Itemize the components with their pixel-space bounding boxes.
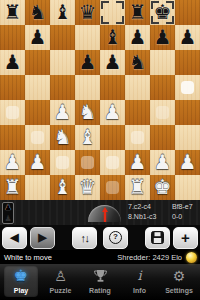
square-c6[interactable] [50, 50, 75, 75]
glare-highlight [181, 81, 194, 94]
square-a7[interactable] [0, 25, 25, 50]
square-h7[interactable]: ♟ [175, 25, 200, 50]
chess-board: ♜♞♝♛♜♚♟♝♟♟♟♟♟♟♞♟♞♟♞♝♟♟♟♟♟♜♝♛♜♚ [0, 0, 200, 200]
white-pawn: ♟ [154, 150, 172, 175]
square-h6[interactable] [175, 50, 200, 75]
square-a1[interactable]: ♜ [0, 175, 25, 200]
trophy-icon [93, 266, 108, 286]
white-pawn: ♟ [4, 150, 22, 175]
tab-puzzle[interactable]: ♙ Puzzle [44, 266, 78, 297]
engine-panel: ♟ ♟ 7.c2-c4 Bf8-e7 8.Nb1-c3 0-0 [0, 200, 200, 225]
square-g2[interactable]: ♟ [150, 150, 175, 175]
back-button[interactable]: ◀ [2, 227, 27, 249]
black-queen: ♛ [79, 0, 97, 25]
black-pawn: ♟ [29, 25, 47, 50]
square-d3[interactable]: ♝ [75, 125, 100, 150]
square-c5[interactable] [50, 75, 75, 100]
glare-highlight [156, 106, 169, 119]
square-d2[interactable] [75, 150, 100, 175]
glare-highlight [31, 131, 44, 144]
tab-label: Settings [165, 286, 193, 295]
black-rook: ♜ [129, 0, 147, 25]
side-indicator[interactable]: ♟ ♟ [2, 202, 14, 224]
square-a2[interactable]: ♟ [0, 150, 25, 175]
flip-board-button[interactable]: ↑↓ [72, 227, 97, 249]
black-bishop: ♝ [54, 0, 72, 25]
move-white: 8.Nb1-c3 [128, 213, 163, 221]
engine-elo: Shredder: 2429 Elo [117, 253, 182, 262]
move-black: Bf8-e7 [172, 203, 193, 211]
square-a4[interactable] [0, 100, 25, 125]
black-pawn: ♟ [79, 50, 97, 75]
square-h4[interactable] [175, 100, 200, 125]
new-game-button[interactable]: + [173, 227, 198, 249]
white-bishop: ♝ [79, 125, 97, 150]
square-e7[interactable]: ♝ [100, 25, 125, 50]
square-e8[interactable] [100, 0, 125, 25]
square-f4[interactable] [125, 100, 150, 125]
square-h5[interactable] [175, 75, 200, 100]
square-f5[interactable] [125, 75, 150, 100]
square-b8[interactable]: ♞ [25, 0, 50, 25]
white-pawn: ♟ [29, 150, 47, 175]
pawn-icon: ♙ [54, 266, 67, 286]
tab-settings[interactable]: ⚙ Settings [162, 266, 196, 297]
square-d1[interactable]: ♛ [75, 175, 100, 200]
black-pawn: ♟ [104, 50, 122, 75]
square-b2[interactable]: ♟ [25, 150, 50, 175]
square-c7[interactable] [50, 25, 75, 50]
question-mark-icon: ? [109, 231, 122, 244]
white-pawn: ♟ [129, 150, 147, 175]
square-f7[interactable]: ♟ [125, 25, 150, 50]
square-f8[interactable]: ♜ [125, 0, 150, 25]
toolbar: ◀ ▶ ↑↓ ? + [0, 225, 200, 250]
square-f1[interactable]: ♜ [125, 175, 150, 200]
square-e2[interactable] [100, 150, 125, 175]
gear-icon: ⚙ [173, 266, 186, 286]
square-g1[interactable]: ♚ [150, 175, 175, 200]
square-h1[interactable] [175, 175, 200, 200]
up-down-arrows-icon: ↑↓ [81, 232, 89, 244]
tab-bar: ♚ Play ♙ Puzzle Rating i Info ⚙ [0, 264, 200, 300]
square-b3[interactable] [25, 125, 50, 150]
glare-highlight [81, 156, 94, 169]
square-b7[interactable]: ♟ [25, 25, 50, 50]
gauge-needle-icon [104, 212, 106, 222]
last-move-bracket-icon [101, 16, 109, 24]
black-bishop: ♝ [104, 25, 122, 50]
black-king: ♚ [154, 0, 172, 25]
square-c4[interactable]: ♟ [50, 100, 75, 125]
crown-icon: ♚ [14, 266, 28, 286]
white-bishop: ♝ [54, 175, 72, 200]
square-h2[interactable]: ♟ [175, 150, 200, 175]
square-c2[interactable] [50, 150, 75, 175]
white-pawn: ♟ [104, 100, 122, 125]
square-a6[interactable]: ♟ [0, 50, 25, 75]
black-rook: ♜ [4, 0, 22, 25]
square-g6[interactable] [150, 50, 175, 75]
save-button[interactable] [145, 227, 170, 249]
square-b1[interactable] [25, 175, 50, 200]
last-move-bracket-icon [116, 1, 124, 9]
square-d5[interactable] [75, 75, 100, 100]
square-c3[interactable]: ♞ [50, 125, 75, 150]
glare-highlight [131, 131, 144, 144]
forward-button[interactable]: ▶ [30, 227, 55, 249]
move-black: 0-0 [172, 213, 193, 221]
square-e5[interactable] [100, 75, 125, 100]
square-f6[interactable]: ♞ [125, 50, 150, 75]
back-arrow-icon: ◀ [10, 232, 18, 243]
black-pawn: ♟ [129, 25, 147, 50]
square-a8[interactable]: ♜ [0, 0, 25, 25]
forward-arrow-icon: ▶ [38, 232, 46, 243]
square-e6[interactable]: ♟ [100, 50, 125, 75]
square-g4[interactable] [150, 100, 175, 125]
square-g7[interactable]: ♟ [150, 25, 175, 50]
square-c8[interactable]: ♝ [50, 0, 75, 25]
plus-icon: + [181, 230, 190, 245]
tab-label: Play [14, 286, 28, 295]
info-icon: i [137, 266, 141, 286]
black-knight: ♞ [29, 0, 47, 25]
square-h8[interactable] [175, 0, 200, 25]
glare-highlight [106, 181, 119, 194]
white-knight: ♞ [54, 125, 72, 150]
square-d7[interactable] [75, 25, 100, 50]
square-d8[interactable]: ♛ [75, 0, 100, 25]
square-a3[interactable] [0, 125, 25, 150]
last-move-bracket-icon [116, 16, 124, 24]
square-g8[interactable]: ♚ [150, 0, 175, 25]
square-h3[interactable] [175, 125, 200, 150]
square-d6[interactable]: ♟ [75, 50, 100, 75]
turn-status: White to move [4, 253, 52, 262]
gold-medal-icon [186, 252, 197, 263]
white-king: ♚ [154, 175, 172, 200]
square-d4[interactable]: ♞ [75, 100, 100, 125]
evaluation-gauge [88, 205, 121, 222]
black-pawn: ♟ [179, 25, 197, 50]
square-f3[interactable] [125, 125, 150, 150]
black-knight: ♞ [129, 50, 147, 75]
white-pawn-icon: ♟ [4, 214, 11, 223]
square-g3[interactable] [150, 125, 175, 150]
white-rook: ♜ [129, 175, 147, 200]
square-c1[interactable]: ♝ [50, 175, 75, 200]
square-f2[interactable]: ♟ [125, 150, 150, 175]
square-b5[interactable] [25, 75, 50, 100]
white-knight: ♞ [79, 100, 97, 125]
square-a5[interactable] [0, 75, 25, 100]
move-white: 7.c2-c4 [128, 203, 163, 211]
tab-info[interactable]: i Info [123, 266, 157, 297]
tab-label: Rating [89, 286, 111, 295]
glare-highlight [106, 156, 119, 169]
tab-rating[interactable]: Rating [83, 266, 117, 297]
square-b4[interactable] [25, 100, 50, 125]
square-e3[interactable] [100, 125, 125, 150]
square-g5[interactable] [150, 75, 175, 100]
white-rook: ♜ [4, 175, 22, 200]
move-list[interactable]: 7.c2-c4 Bf8-e7 8.Nb1-c3 0-0 [128, 203, 193, 221]
square-b6[interactable] [25, 50, 50, 75]
white-queen: ♛ [79, 175, 97, 200]
last-move-bracket-icon [101, 1, 109, 9]
hint-button[interactable]: ? [103, 227, 128, 249]
tab-label: Puzzle [50, 286, 72, 295]
white-pawn: ♟ [179, 150, 197, 175]
black-pawn: ♟ [4, 50, 22, 75]
status-bar: White to move Shredder: 2429 Elo [0, 250, 200, 264]
square-e4[interactable]: ♟ [100, 100, 125, 125]
black-pawn-icon: ♟ [4, 203, 11, 212]
tab-label: Info [133, 286, 146, 295]
black-pawn: ♟ [154, 25, 172, 50]
shredder-chess-app: ♜♞♝♛♜♚♟♝♟♟♟♟♟♟♞♟♞♟♞♝♟♟♟♟♟♜♝♛♜♚ ♟ ♟ 7.c2-… [0, 0, 200, 300]
glare-highlight [56, 156, 69, 169]
tab-play[interactable]: ♚ Play [4, 266, 38, 297]
white-pawn: ♟ [54, 100, 72, 125]
floppy-disk-icon [151, 231, 164, 244]
glare-highlight [6, 106, 19, 119]
square-e1[interactable] [100, 175, 125, 200]
